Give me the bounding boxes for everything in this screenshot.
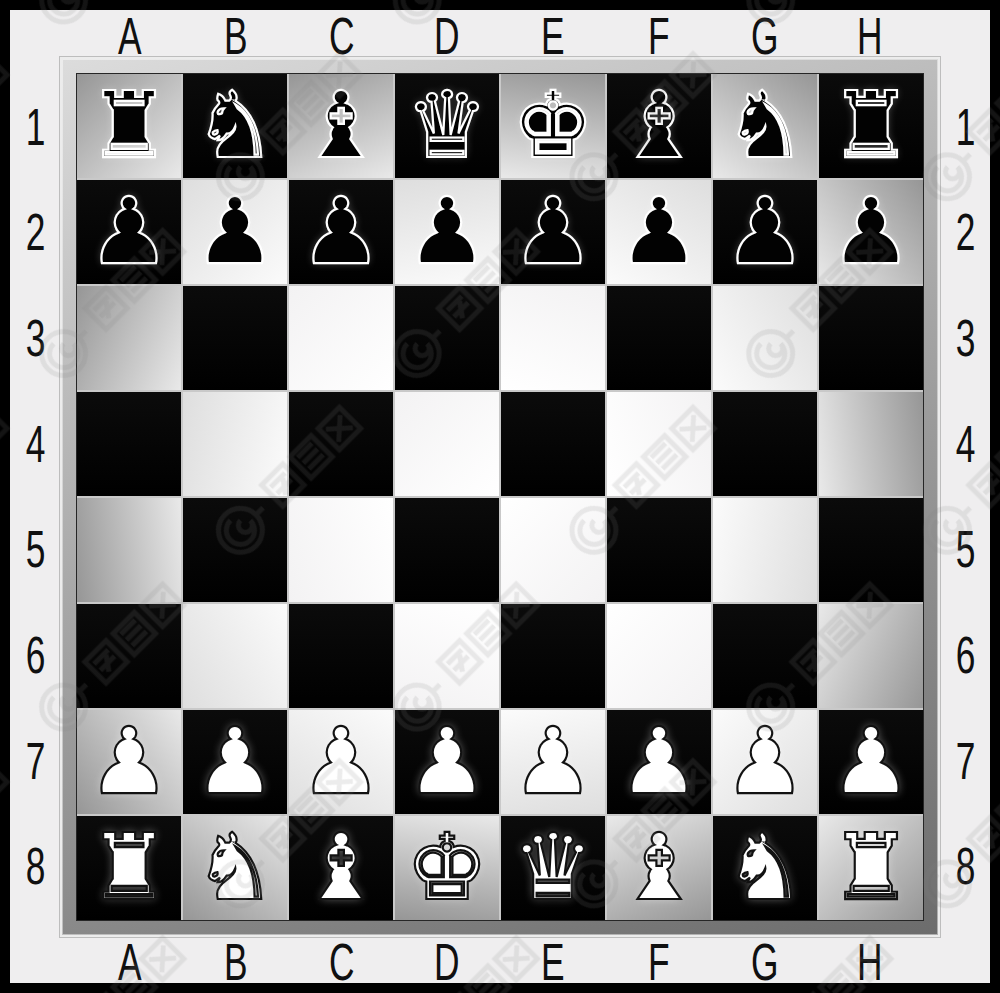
- piece-white-rook[interactable]: ♜: [830, 822, 912, 914]
- rank-label-1: 1: [25, 101, 45, 153]
- square-a3[interactable]: [77, 286, 181, 390]
- piece-black-pawn[interactable]: ♟: [406, 186, 488, 278]
- piece-black-rook[interactable]: ♜: [830, 80, 912, 172]
- rank-label-3: 3: [25, 312, 45, 364]
- square-b3[interactable]: [183, 286, 287, 390]
- piece-black-pawn[interactable]: ♟: [512, 186, 594, 278]
- rank-label-8: 8: [955, 840, 975, 892]
- file-label-g: G: [728, 936, 800, 988]
- square-f5[interactable]: [607, 498, 711, 602]
- square-h3[interactable]: [819, 286, 923, 390]
- piece-black-pawn[interactable]: ♟: [724, 186, 806, 278]
- file-label-f: F: [623, 936, 695, 988]
- bottom-file-labels: ABCDEFGH: [60, 936, 940, 983]
- square-b7[interactable]: ♟: [183, 710, 287, 814]
- square-e2[interactable]: ♟: [501, 180, 605, 284]
- piece-white-rook[interactable]: ♜: [88, 822, 170, 914]
- piece-white-knight[interactable]: ♞: [194, 822, 276, 914]
- square-c8[interactable]: ♝: [289, 816, 393, 920]
- square-c7[interactable]: ♟: [289, 710, 393, 814]
- piece-white-king[interactable]: ♚: [406, 822, 488, 914]
- rank-label-2: 2: [955, 206, 975, 258]
- square-e7[interactable]: ♟: [501, 710, 605, 814]
- square-b2[interactable]: ♟: [183, 180, 287, 284]
- square-g7[interactable]: ♟: [713, 710, 817, 814]
- rank-label-4: 4: [955, 418, 975, 470]
- board-frame: ♜♞♝♛♚♝♞♜♟♟♟♟♟♟♟♟♟♟♟♟♟♟♟♟♜♞♝♚♛♝♞♜: [60, 57, 940, 937]
- piece-white-pawn[interactable]: ♟: [830, 716, 912, 808]
- square-c5[interactable]: [289, 498, 393, 602]
- piece-white-pawn[interactable]: ♟: [512, 716, 594, 808]
- right-rank-labels: 12345678: [940, 57, 990, 936]
- square-h6[interactable]: [819, 604, 923, 708]
- square-b6[interactable]: [183, 604, 287, 708]
- square-d7[interactable]: ♟: [395, 710, 499, 814]
- square-d4[interactable]: [395, 392, 499, 496]
- square-a7[interactable]: ♟: [77, 710, 181, 814]
- rank-label-8: 8: [25, 840, 45, 892]
- piece-black-pawn[interactable]: ♟: [88, 186, 170, 278]
- piece-white-pawn[interactable]: ♟: [618, 716, 700, 808]
- piece-black-bishop[interactable]: ♝: [618, 80, 700, 172]
- left-rank-labels: 12345678: [10, 57, 60, 936]
- chess-diagram: ABCDEFGH 12345678 ♜♞♝♛♚♝♞♜♟♟♟♟♟♟♟♟♟♟♟♟♟♟…: [0, 0, 1000, 993]
- file-label-e: E: [517, 10, 589, 62]
- square-h5[interactable]: [819, 498, 923, 602]
- square-a1[interactable]: ♜: [77, 74, 181, 178]
- file-label-a: A: [94, 10, 166, 62]
- square-f8[interactable]: ♝: [607, 816, 711, 920]
- square-a4[interactable]: [77, 392, 181, 496]
- square-f3[interactable]: [607, 286, 711, 390]
- square-c4[interactable]: [289, 392, 393, 496]
- piece-black-pawn[interactable]: ♟: [300, 186, 382, 278]
- piece-white-bishop[interactable]: ♝: [618, 822, 700, 914]
- square-b8[interactable]: ♞: [183, 816, 287, 920]
- file-label-c: C: [305, 10, 377, 62]
- file-label-h: H: [834, 10, 906, 62]
- square-a2[interactable]: ♟: [77, 180, 181, 284]
- rank-label-6: 6: [955, 629, 975, 681]
- square-f4[interactable]: [607, 392, 711, 496]
- square-f6[interactable]: [607, 604, 711, 708]
- square-a6[interactable]: [77, 604, 181, 708]
- square-e1[interactable]: ♚: [501, 74, 605, 178]
- square-e5[interactable]: [501, 498, 605, 602]
- piece-black-pawn[interactable]: ♟: [830, 186, 912, 278]
- piece-white-bishop[interactable]: ♝: [300, 822, 382, 914]
- piece-black-pawn[interactable]: ♟: [618, 186, 700, 278]
- file-label-c: C: [305, 936, 377, 988]
- rank-label-5: 5: [955, 523, 975, 575]
- square-f1[interactable]: ♝: [607, 74, 711, 178]
- square-d2[interactable]: ♟: [395, 180, 499, 284]
- square-e8[interactable]: ♛: [501, 816, 605, 920]
- piece-white-pawn[interactable]: ♟: [194, 716, 276, 808]
- rank-label-7: 7: [25, 735, 45, 787]
- square-d3[interactable]: [395, 286, 499, 390]
- square-h4[interactable]: [819, 392, 923, 496]
- chess-board: ♜♞♝♛♚♝♞♜♟♟♟♟♟♟♟♟♟♟♟♟♟♟♟♟♜♞♝♚♛♝♞♜: [76, 73, 924, 921]
- file-label-e: E: [517, 936, 589, 988]
- square-g4[interactable]: [713, 392, 817, 496]
- square-f2[interactable]: ♟: [607, 180, 711, 284]
- piece-white-pawn[interactable]: ♟: [406, 716, 488, 808]
- piece-white-pawn[interactable]: ♟: [88, 716, 170, 808]
- square-d8[interactable]: ♚: [395, 816, 499, 920]
- rank-label-5: 5: [25, 523, 45, 575]
- square-h2[interactable]: ♟: [819, 180, 923, 284]
- piece-black-bishop[interactable]: ♝: [300, 80, 382, 172]
- square-h7[interactable]: ♟: [819, 710, 923, 814]
- square-e3[interactable]: [501, 286, 605, 390]
- file-label-f: F: [623, 10, 695, 62]
- square-f7[interactable]: ♟: [607, 710, 711, 814]
- piece-white-queen[interactable]: ♛: [512, 822, 594, 914]
- square-c3[interactable]: [289, 286, 393, 390]
- square-c6[interactable]: [289, 604, 393, 708]
- piece-black-pawn[interactable]: ♟: [194, 186, 276, 278]
- rank-label-4: 4: [25, 418, 45, 470]
- square-b1[interactable]: ♞: [183, 74, 287, 178]
- square-h8[interactable]: ♜: [819, 816, 923, 920]
- square-g2[interactable]: ♟: [713, 180, 817, 284]
- square-g6[interactable]: [713, 604, 817, 708]
- square-e6[interactable]: [501, 604, 605, 708]
- piece-white-knight[interactable]: ♞: [724, 822, 806, 914]
- piece-black-king[interactable]: ♚: [512, 80, 594, 172]
- square-g3[interactable]: [713, 286, 817, 390]
- piece-white-pawn[interactable]: ♟: [300, 716, 382, 808]
- rank-label-1: 1: [955, 101, 975, 153]
- square-b5[interactable]: [183, 498, 287, 602]
- piece-white-pawn[interactable]: ♟: [724, 716, 806, 808]
- board-margin-area: ABCDEFGH 12345678 ♜♞♝♛♚♝♞♜♟♟♟♟♟♟♟♟♟♟♟♟♟♟…: [10, 10, 990, 983]
- rank-label-6: 6: [25, 629, 45, 681]
- square-d5[interactable]: [395, 498, 499, 602]
- file-label-b: B: [200, 10, 272, 62]
- square-e4[interactable]: [501, 392, 605, 496]
- piece-black-rook[interactable]: ♜: [88, 80, 170, 172]
- file-label-d: D: [411, 10, 483, 62]
- rank-label-2: 2: [25, 206, 45, 258]
- piece-black-queen[interactable]: ♛: [406, 80, 488, 172]
- file-label-h: H: [834, 936, 906, 988]
- file-label-a: A: [94, 936, 166, 988]
- rank-label-7: 7: [955, 735, 975, 787]
- top-file-labels: ABCDEFGH: [60, 10, 940, 57]
- rank-label-3: 3: [955, 312, 975, 364]
- square-h1[interactable]: ♜: [819, 74, 923, 178]
- piece-black-knight[interactable]: ♞: [194, 80, 276, 172]
- file-label-b: B: [200, 936, 272, 988]
- square-d1[interactable]: ♛: [395, 74, 499, 178]
- square-g1[interactable]: ♞: [713, 74, 817, 178]
- piece-black-knight[interactable]: ♞: [724, 80, 806, 172]
- square-b4[interactable]: [183, 392, 287, 496]
- file-label-d: D: [411, 936, 483, 988]
- file-label-g: G: [728, 10, 800, 62]
- square-d6[interactable]: [395, 604, 499, 708]
- square-g5[interactable]: [713, 498, 817, 602]
- square-a8[interactable]: ♜: [77, 816, 181, 920]
- square-a5[interactable]: [77, 498, 181, 602]
- square-g8[interactable]: ♞: [713, 816, 817, 920]
- square-c2[interactable]: ♟: [289, 180, 393, 284]
- square-c1[interactable]: ♝: [289, 74, 393, 178]
- board-area: ♜♞♝♛♚♝♞♜♟♟♟♟♟♟♟♟♟♟♟♟♟♟♟♟♜♞♝♚♛♝♞♜: [60, 57, 940, 936]
